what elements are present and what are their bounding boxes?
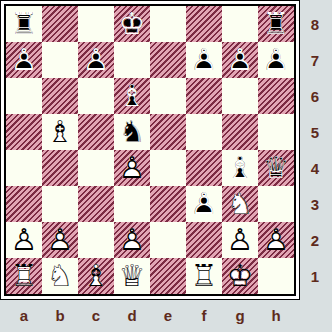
file-labels: abcdefgh (6, 300, 294, 330)
board-grid: ♜♖♚♔♜♖♟♙♟♙♟♙♟♙♟♙♝♗♝♗♞♘♟♙♝♗♛♕♟♙♞♘♟♙♟♙♟♙♟♙… (6, 6, 294, 294)
file-label-g: g (222, 300, 258, 330)
white-rook-outline: ♖ (186, 258, 222, 294)
square-c4[interactable] (78, 150, 114, 186)
black-queen[interactable]: ♛♕ (258, 150, 294, 186)
white-pawn-outline: ♙ (114, 150, 150, 186)
square-a2[interactable]: ♟♙ (6, 222, 42, 258)
square-g6[interactable] (222, 78, 258, 114)
black-bishop[interactable]: ♝♗ (222, 150, 258, 186)
black-pawn[interactable]: ♟♙ (6, 42, 42, 78)
square-e8[interactable] (150, 6, 186, 42)
black-rook[interactable]: ♜♖ (258, 6, 294, 42)
black-pawn[interactable]: ♟♙ (186, 42, 222, 78)
square-e3[interactable] (150, 186, 186, 222)
black-king[interactable]: ♚♔ (114, 6, 150, 42)
white-pawn[interactable]: ♟♙ (114, 222, 150, 258)
rank-label-2: 2 (300, 222, 330, 258)
square-b4[interactable] (42, 150, 78, 186)
board-inner-border: ♜♖♚♔♜♖♟♙♟♙♟♙♟♙♟♙♝♗♝♗♞♘♟♙♝♗♛♕♟♙♞♘♟♙♟♙♟♙♟♙… (4, 4, 296, 296)
square-h2[interactable]: ♟♙ (258, 222, 294, 258)
square-d5[interactable]: ♞♘ (114, 114, 150, 150)
black-bishop-outline: ♗ (114, 78, 150, 114)
rank-label-4: 4 (300, 150, 330, 186)
square-c3[interactable] (78, 186, 114, 222)
white-bishop-outline: ♗ (42, 114, 78, 150)
white-knight[interactable]: ♞♘ (222, 186, 258, 222)
square-h5[interactable] (258, 114, 294, 150)
black-pawn-outline: ♙ (186, 186, 222, 222)
black-pawn-outline: ♙ (222, 42, 258, 78)
square-b1[interactable]: ♞♘ (42, 258, 78, 294)
square-g3[interactable]: ♞♘ (222, 186, 258, 222)
white-pawn-outline: ♙ (258, 222, 294, 258)
black-pawn[interactable]: ♟♙ (258, 42, 294, 78)
square-a4[interactable] (6, 150, 42, 186)
white-king-outline: ♔ (222, 258, 258, 294)
square-e1[interactable] (150, 258, 186, 294)
white-pawn-outline: ♙ (114, 222, 150, 258)
white-pawn[interactable]: ♟♙ (42, 222, 78, 258)
white-pawn[interactable]: ♟♙ (222, 222, 258, 258)
white-pawn[interactable]: ♟♙ (6, 222, 42, 258)
square-b7[interactable] (42, 42, 78, 78)
white-bishop[interactable]: ♝♗ (78, 258, 114, 294)
white-pawn[interactable]: ♟♙ (258, 222, 294, 258)
white-bishop-outline: ♗ (78, 258, 114, 294)
black-knight[interactable]: ♞♘ (114, 114, 150, 150)
file-label-f: f (186, 300, 222, 330)
square-a8[interactable]: ♜♖ (6, 6, 42, 42)
rank-label-8: 8 (300, 6, 330, 42)
square-g2[interactable]: ♟♙ (222, 222, 258, 258)
square-d7[interactable] (114, 42, 150, 78)
white-queen[interactable]: ♛♕ (114, 258, 150, 294)
square-b5[interactable]: ♝♗ (42, 114, 78, 150)
square-c8[interactable] (78, 6, 114, 42)
rank-labels: 87654321 (300, 6, 330, 294)
square-g7[interactable]: ♟♙ (222, 42, 258, 78)
black-rook-outline: ♖ (258, 6, 294, 42)
square-h7[interactable]: ♟♙ (258, 42, 294, 78)
square-e6[interactable] (150, 78, 186, 114)
square-d1[interactable]: ♛♕ (114, 258, 150, 294)
square-a6[interactable] (6, 78, 42, 114)
square-g4[interactable]: ♝♗ (222, 150, 258, 186)
square-f7[interactable]: ♟♙ (186, 42, 222, 78)
square-g1[interactable]: ♚♔ (222, 258, 258, 294)
white-pawn[interactable]: ♟♙ (114, 150, 150, 186)
square-b6[interactable] (42, 78, 78, 114)
white-rook-outline: ♖ (6, 258, 42, 294)
square-a1[interactable]: ♜♖ (6, 258, 42, 294)
square-h6[interactable] (258, 78, 294, 114)
black-pawn-outline: ♙ (6, 42, 42, 78)
square-d3[interactable] (114, 186, 150, 222)
white-pawn-outline: ♙ (6, 222, 42, 258)
white-pawn-outline: ♙ (222, 222, 258, 258)
square-e4[interactable] (150, 150, 186, 186)
file-label-e: e (150, 300, 186, 330)
square-c2[interactable] (78, 222, 114, 258)
rank-label-5: 5 (300, 114, 330, 150)
rank-label-7: 7 (300, 42, 330, 78)
square-a5[interactable] (6, 114, 42, 150)
white-pawn-outline: ♙ (42, 222, 78, 258)
black-pawn-outline: ♙ (78, 42, 114, 78)
white-knight-outline: ♘ (222, 186, 258, 222)
square-e5[interactable] (150, 114, 186, 150)
rank-label-3: 3 (300, 186, 330, 222)
black-queen-outline: ♕ (258, 150, 294, 186)
black-pawn[interactable]: ♟♙ (222, 42, 258, 78)
square-f6[interactable] (186, 78, 222, 114)
square-g5[interactable] (222, 114, 258, 150)
square-h1[interactable] (258, 258, 294, 294)
white-king[interactable]: ♚♔ (222, 258, 258, 294)
white-rook[interactable]: ♜♖ (6, 258, 42, 294)
black-pawn-outline: ♙ (186, 42, 222, 78)
square-f3[interactable]: ♟♙ (186, 186, 222, 222)
square-h8[interactable]: ♜♖ (258, 6, 294, 42)
square-h3[interactable] (258, 186, 294, 222)
white-queen-outline: ♕ (114, 258, 150, 294)
black-pawn[interactable]: ♟♙ (78, 42, 114, 78)
white-bishop[interactable]: ♝♗ (42, 114, 78, 150)
square-e2[interactable] (150, 222, 186, 258)
black-king-outline: ♔ (114, 6, 150, 42)
square-d4[interactable]: ♟♙ (114, 150, 150, 186)
square-g8[interactable] (222, 6, 258, 42)
square-b3[interactable] (42, 186, 78, 222)
square-f5[interactable] (186, 114, 222, 150)
square-d2[interactable]: ♟♙ (114, 222, 150, 258)
white-rook[interactable]: ♜♖ (186, 258, 222, 294)
square-c7[interactable]: ♟♙ (78, 42, 114, 78)
file-label-d: d (114, 300, 150, 330)
square-d6[interactable]: ♝♗ (114, 78, 150, 114)
square-f8[interactable] (186, 6, 222, 42)
black-pawn-outline: ♙ (258, 42, 294, 78)
black-bishop-outline: ♗ (222, 150, 258, 186)
square-c1[interactable]: ♝♗ (78, 258, 114, 294)
square-c6[interactable] (78, 78, 114, 114)
file-label-h: h (258, 300, 294, 330)
square-b8[interactable] (42, 6, 78, 42)
square-e7[interactable] (150, 42, 186, 78)
file-label-a: a (6, 300, 42, 330)
black-bishop[interactable]: ♝♗ (114, 78, 150, 114)
square-a7[interactable]: ♟♙ (6, 42, 42, 78)
square-c5[interactable] (78, 114, 114, 150)
white-knight-outline: ♘ (42, 258, 78, 294)
file-label-b: b (42, 300, 78, 330)
square-a3[interactable] (6, 186, 42, 222)
white-knight[interactable]: ♞♘ (42, 258, 78, 294)
rank-label-6: 6 (300, 78, 330, 114)
square-f4[interactable] (186, 150, 222, 186)
chess-diagram: ♜♖♚♔♜♖♟♙♟♙♟♙♟♙♟♙♝♗♝♗♞♘♟♙♝♗♛♕♟♙♞♘♟♙♟♙♟♙♟♙… (0, 0, 332, 332)
black-rook-outline: ♖ (6, 6, 42, 42)
black-rook[interactable]: ♜♖ (6, 6, 42, 42)
square-d8[interactable]: ♚♔ (114, 6, 150, 42)
square-b2[interactable]: ♟♙ (42, 222, 78, 258)
black-knight-outline: ♘ (114, 114, 150, 150)
square-f1[interactable]: ♜♖ (186, 258, 222, 294)
rank-label-1: 1 (300, 258, 330, 294)
black-pawn[interactable]: ♟♙ (186, 186, 222, 222)
square-f2[interactable] (186, 222, 222, 258)
file-label-c: c (78, 300, 114, 330)
square-h4[interactable]: ♛♕ (258, 150, 294, 186)
board-frame: ♜♖♚♔♜♖♟♙♟♙♟♙♟♙♟♙♝♗♝♗♞♘♟♙♝♗♛♕♟♙♞♘♟♙♟♙♟♙♟♙… (0, 0, 300, 300)
